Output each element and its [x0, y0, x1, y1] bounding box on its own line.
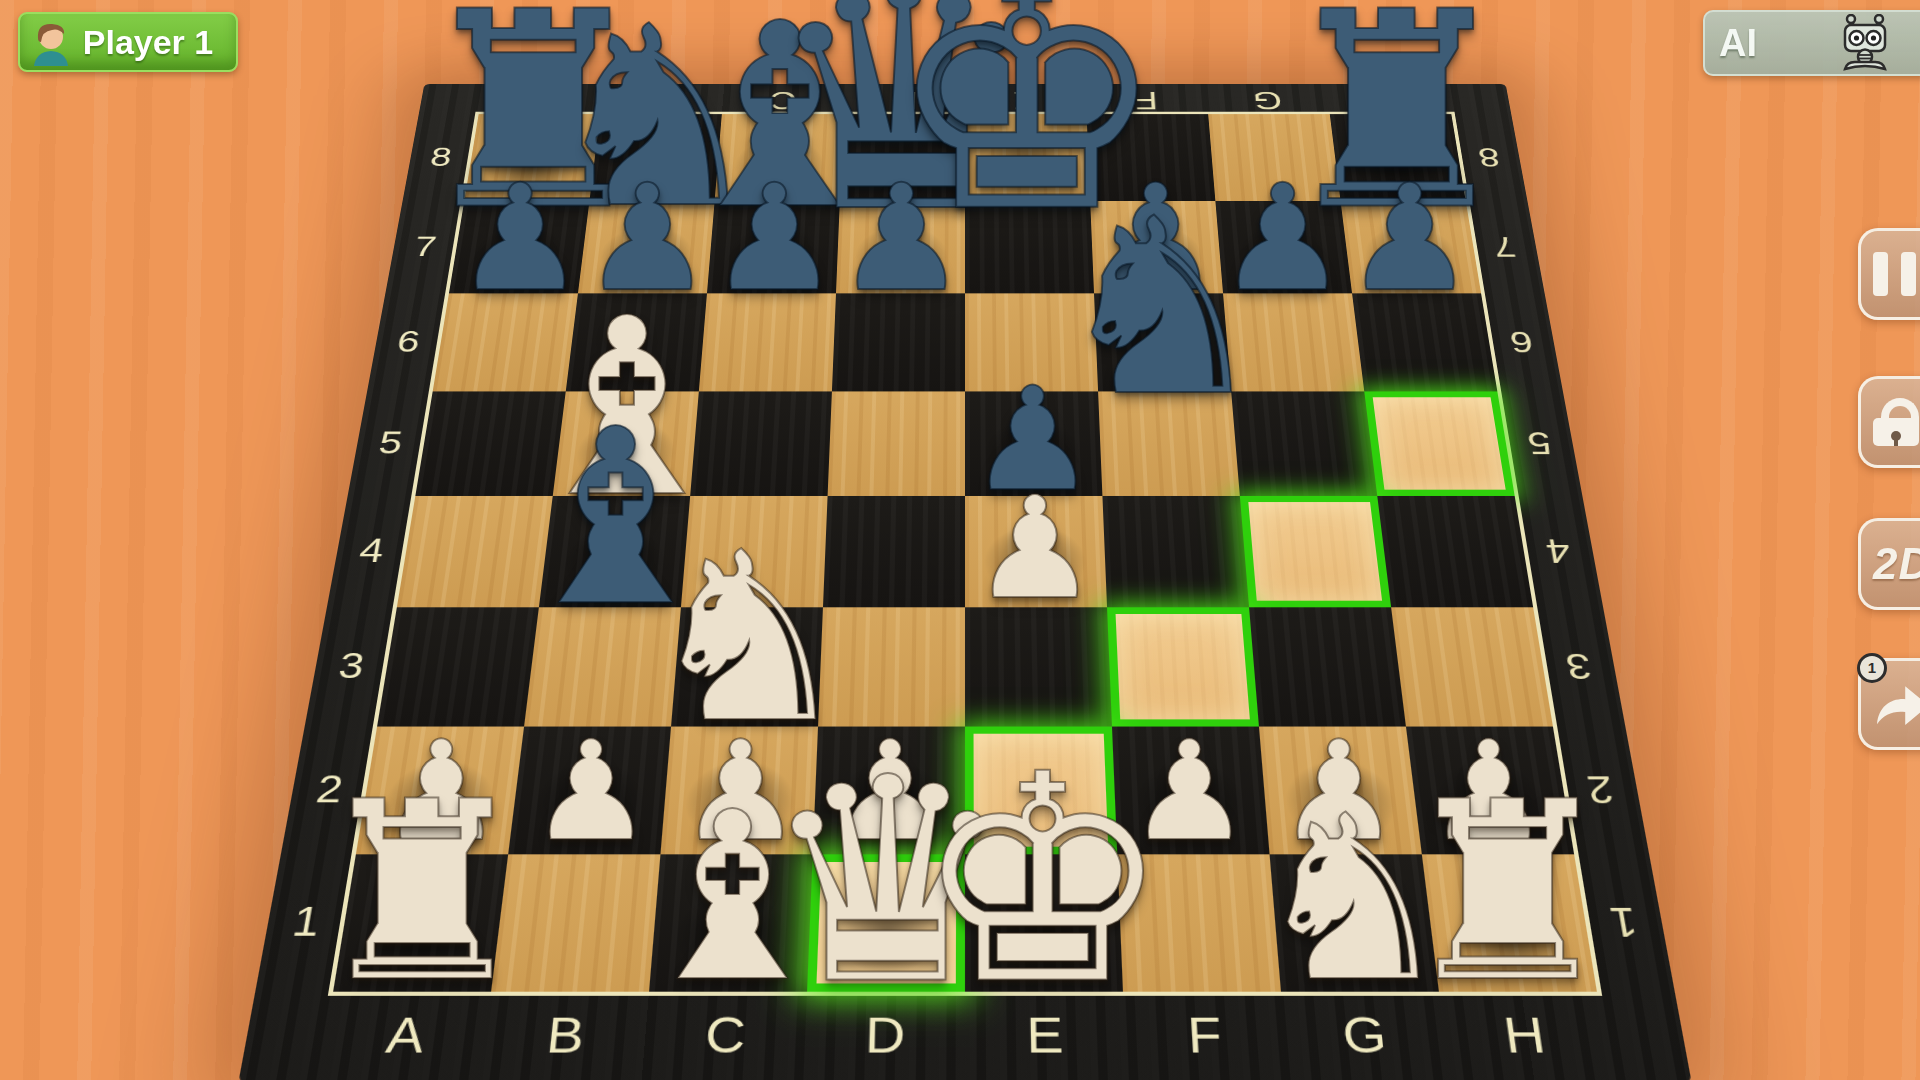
share-button[interactable]: 1 [1858, 658, 1920, 750]
ai-badge: AI [1703, 10, 1920, 76]
square-h4[interactable] [1377, 496, 1533, 607]
piece-black-pawn-d7[interactable]: ♟ [836, 166, 968, 313]
square-h5[interactable] [1364, 391, 1514, 495]
piece-white-pawn-e4[interactable]: ♟ [972, 478, 1098, 619]
pause-icon [1873, 252, 1916, 296]
person-avatar-icon [28, 18, 74, 66]
robot-icon [1841, 14, 1889, 72]
lock-button[interactable] [1858, 376, 1920, 468]
ai-name: AI [1719, 22, 1841, 65]
pause-button[interactable] [1858, 228, 1920, 320]
square-h3[interactable] [1391, 607, 1553, 726]
piece-black-pawn-h7[interactable]: ♟ [1344, 166, 1476, 313]
square-g3[interactable] [1249, 607, 1406, 726]
square-f3[interactable] [1107, 607, 1259, 726]
piece-white-rook-h1[interactable]: ♜ [1397, 769, 1618, 1016]
square-g4[interactable] [1240, 496, 1391, 607]
square-d5[interactable] [828, 391, 965, 495]
square-f4[interactable] [1102, 496, 1249, 607]
piece-white-rook-a1[interactable]: ♜ [312, 769, 533, 1016]
share-arrow-icon [1873, 677, 1920, 731]
player-badge: Player 1 [18, 12, 238, 72]
view-2d-button[interactable]: 2D [1858, 518, 1920, 610]
share-count-badge: 1 [1857, 653, 1887, 683]
lock-icon [1873, 398, 1919, 446]
piece-white-king-e1[interactable]: ♚ [914, 737, 1171, 1024]
view-2d-label: 2D [1873, 539, 1920, 589]
player-name: Player 1 [74, 23, 236, 62]
